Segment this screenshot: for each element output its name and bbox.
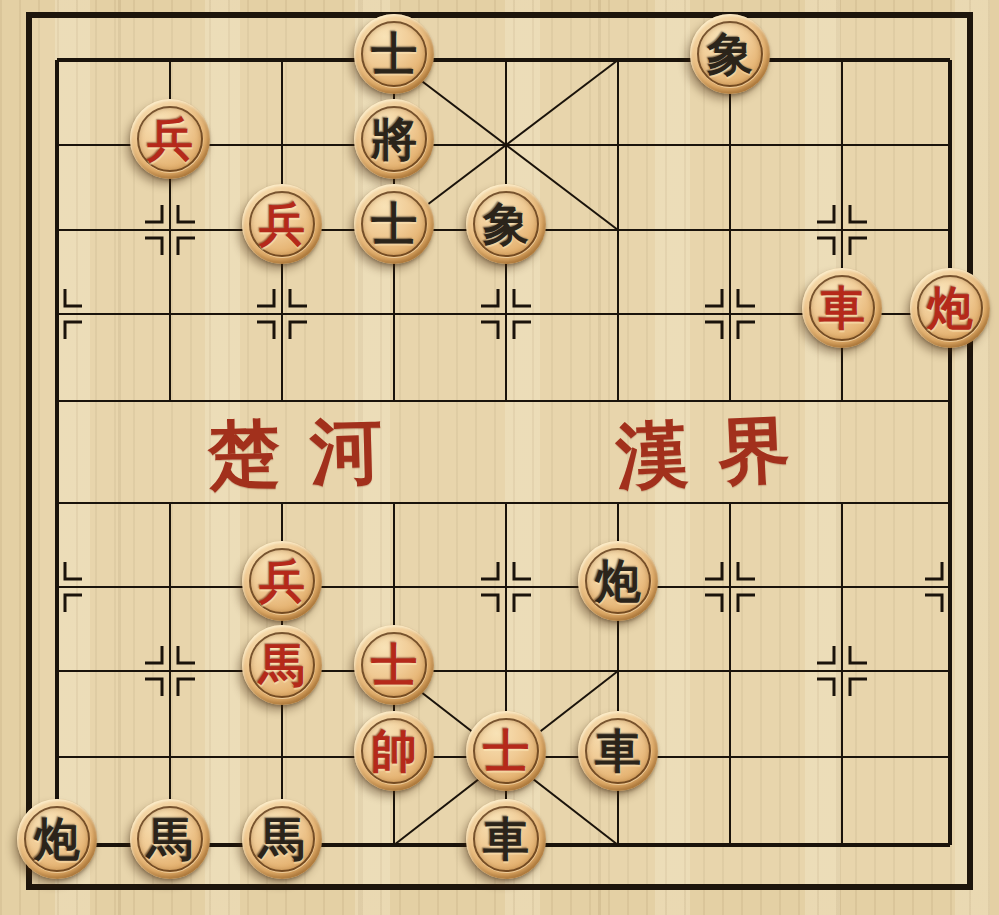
piece-black-chariot-a[interactable]: 車 [578, 711, 658, 791]
red-piece-glyph: 炮 [910, 268, 990, 348]
pieces-layer: 士象兵將兵士象車炮兵炮馬士帥士車炮馬馬車 [0, 0, 999, 915]
red-piece-glyph: 兵 [242, 541, 322, 621]
piece-black-cannon-a[interactable]: 炮 [578, 541, 658, 621]
black-piece-glyph: 馬 [130, 799, 210, 879]
red-piece-glyph: 士 [354, 625, 434, 705]
xiangqi-board: 楚河 漢界 士象兵將兵士象車炮兵炮馬士帥士車炮馬馬車 [0, 0, 999, 915]
piece-black-general[interactable]: 將 [354, 99, 434, 179]
black-piece-glyph: 將 [354, 99, 434, 179]
piece-red-chariot[interactable]: 車 [802, 268, 882, 348]
black-piece-glyph: 馬 [242, 799, 322, 879]
piece-black-chariot-b[interactable]: 車 [466, 799, 546, 879]
black-piece-glyph: 車 [466, 799, 546, 879]
piece-black-horse-a[interactable]: 馬 [130, 799, 210, 879]
piece-black-horse-b[interactable]: 馬 [242, 799, 322, 879]
black-piece-glyph: 炮 [578, 541, 658, 621]
red-piece-glyph: 兵 [130, 99, 210, 179]
red-piece-glyph: 車 [802, 268, 882, 348]
piece-black-advisor-b[interactable]: 士 [354, 184, 434, 264]
red-piece-glyph: 帥 [354, 711, 434, 791]
black-piece-glyph: 象 [690, 14, 770, 94]
red-piece-glyph: 馬 [242, 625, 322, 705]
piece-black-elephant-b[interactable]: 象 [466, 184, 546, 264]
piece-red-cannon[interactable]: 炮 [910, 268, 990, 348]
red-piece-glyph: 兵 [242, 184, 322, 264]
piece-red-advisor-b[interactable]: 士 [466, 711, 546, 791]
black-piece-glyph: 士 [354, 14, 434, 94]
black-piece-glyph: 象 [466, 184, 546, 264]
red-piece-glyph: 士 [466, 711, 546, 791]
black-piece-glyph: 炮 [17, 799, 97, 879]
piece-red-advisor-a[interactable]: 士 [354, 625, 434, 705]
piece-black-elephant-a[interactable]: 象 [690, 14, 770, 94]
black-piece-glyph: 車 [578, 711, 658, 791]
piece-red-soldier-b[interactable]: 兵 [242, 184, 322, 264]
piece-red-soldier-a[interactable]: 兵 [130, 99, 210, 179]
black-piece-glyph: 士 [354, 184, 434, 264]
piece-red-horse[interactable]: 馬 [242, 625, 322, 705]
piece-red-general[interactable]: 帥 [354, 711, 434, 791]
piece-black-advisor-a[interactable]: 士 [354, 14, 434, 94]
piece-black-cannon-b[interactable]: 炮 [17, 799, 97, 879]
piece-red-soldier-c[interactable]: 兵 [242, 541, 322, 621]
